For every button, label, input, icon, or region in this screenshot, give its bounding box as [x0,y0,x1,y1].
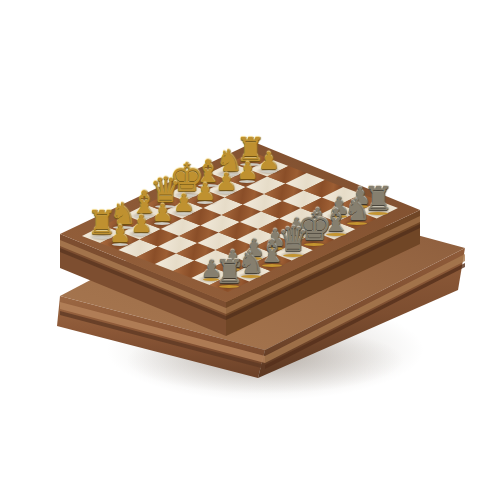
product-photo-scene: ♜♞♝♛♚♝♞♜♟♟♟♟♟♟♟♟♟♟♟♟♟♟♟♟♜♞♝♛♚♝♞♜ [0,0,480,480]
